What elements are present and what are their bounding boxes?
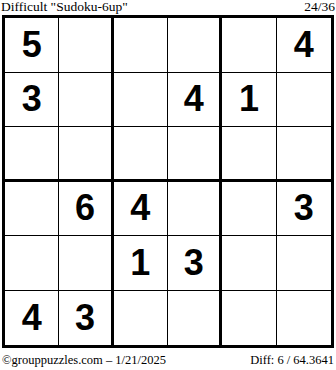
cell-r1c3[interactable]	[114, 18, 168, 73]
puzzle-counter: 24/36	[304, 0, 335, 14]
sudoku-page: Difficult "Sudoku-6up" 24/36 54341643134…	[0, 0, 336, 370]
cell-r5c5[interactable]	[222, 236, 276, 291]
puzzle-title: Difficult "Sudoku-6up"	[1, 0, 128, 14]
cell-r1c5[interactable]	[222, 18, 276, 73]
cell-r6c5[interactable]	[222, 291, 276, 346]
cell-r4c2[interactable]: 6	[59, 182, 113, 237]
cell-r5c1[interactable]	[5, 236, 59, 291]
cell-r2c1[interactable]: 3	[5, 73, 59, 128]
difficulty-text: Diff: 6 / 64.3641	[250, 353, 334, 368]
cell-r6c4[interactable]	[168, 291, 222, 346]
cell-r5c4[interactable]: 3	[168, 236, 222, 291]
cell-r4c3[interactable]: 4	[114, 182, 168, 237]
cell-r3c2[interactable]	[59, 127, 113, 182]
cell-r3c6[interactable]	[277, 127, 331, 182]
cell-r6c3[interactable]	[114, 291, 168, 346]
cell-r4c1[interactable]	[5, 182, 59, 237]
copyright-text: ©grouppuzzles.com – 1/21/2025	[2, 353, 166, 368]
cell-r2c3[interactable]	[114, 73, 168, 128]
header: Difficult "Sudoku-6up" 24/36	[1, 0, 335, 15]
cell-r5c3[interactable]: 1	[114, 236, 168, 291]
cell-r5c2[interactable]	[59, 236, 113, 291]
cell-r4c5[interactable]	[222, 182, 276, 237]
cell-r6c1[interactable]: 4	[5, 291, 59, 346]
cell-r2c6[interactable]	[277, 73, 331, 128]
cell-r2c5[interactable]: 1	[222, 73, 276, 128]
cell-r6c2[interactable]: 3	[59, 291, 113, 346]
cell-r5c6[interactable]	[277, 236, 331, 291]
cell-r1c4[interactable]	[168, 18, 222, 73]
cell-r6c6[interactable]	[277, 291, 331, 346]
cell-r4c4[interactable]	[168, 182, 222, 237]
cell-r2c2[interactable]	[59, 73, 113, 128]
cell-r1c6[interactable]: 4	[277, 18, 331, 73]
cell-r1c1[interactable]: 5	[5, 18, 59, 73]
cell-r4c6[interactable]: 3	[277, 182, 331, 237]
sudoku-board: 543416431343	[2, 15, 334, 348]
cell-r3c3[interactable]	[114, 127, 168, 182]
cell-r3c1[interactable]	[5, 127, 59, 182]
footer: ©grouppuzzles.com – 1/21/2025 Diff: 6 / …	[2, 351, 334, 368]
cell-r2c4[interactable]: 4	[168, 73, 222, 128]
cell-r1c2[interactable]	[59, 18, 113, 73]
cell-r3c5[interactable]	[222, 127, 276, 182]
cell-r3c4[interactable]	[168, 127, 222, 182]
